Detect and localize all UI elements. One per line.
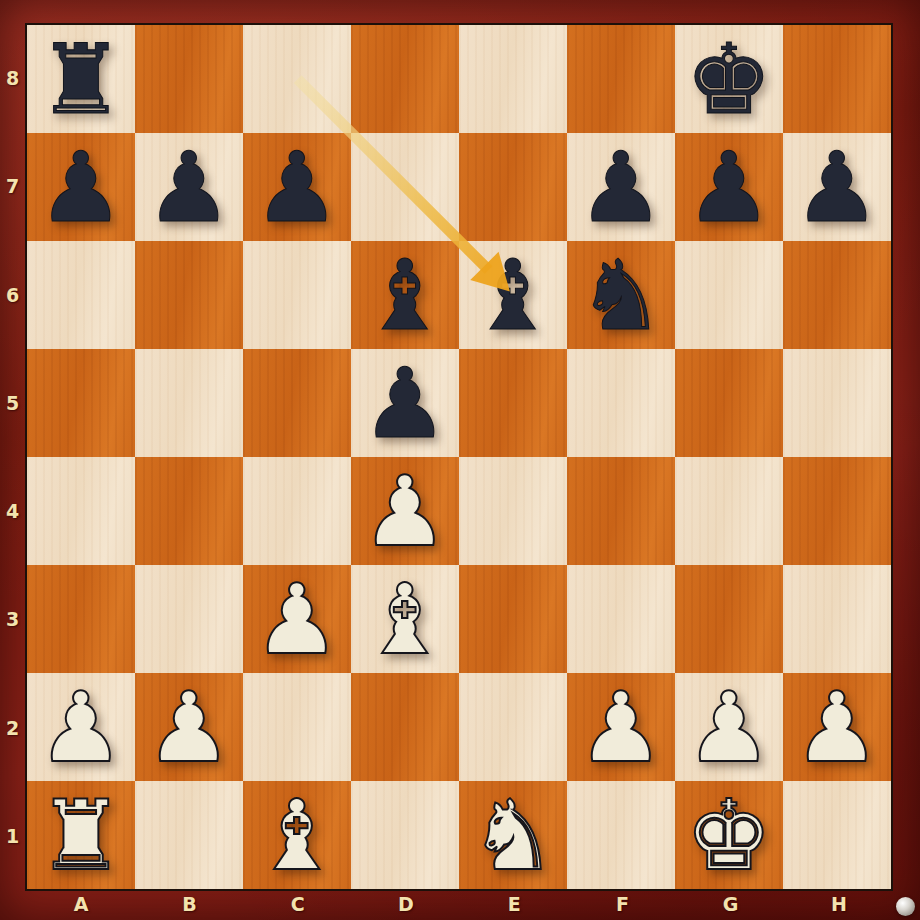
square-b5[interactable] bbox=[135, 349, 243, 457]
piece-black-pawn[interactable]: ♟ bbox=[38, 139, 125, 236]
square-h7[interactable]: ♟ bbox=[783, 133, 891, 241]
square-b1[interactable] bbox=[135, 781, 243, 889]
square-b3[interactable] bbox=[135, 565, 243, 673]
square-b4[interactable] bbox=[135, 457, 243, 565]
rank-label-4: 4 bbox=[0, 502, 25, 521]
chess-board: ♜♚♟♟♟♟♟♟♝♝♞♟♟♟♝♟♟♟♟♟♜♝♞♚ bbox=[25, 23, 893, 891]
piece-white-pawn[interactable]: ♟ bbox=[794, 679, 881, 776]
rank-label-2: 2 bbox=[0, 719, 25, 738]
square-a1[interactable]: ♜ bbox=[27, 781, 135, 889]
square-d4[interactable]: ♟ bbox=[351, 457, 459, 565]
square-e3[interactable] bbox=[459, 565, 567, 673]
piece-black-pawn[interactable]: ♟ bbox=[794, 139, 881, 236]
file-label-H: H bbox=[831, 895, 847, 914]
file-label-C: C bbox=[291, 895, 305, 914]
piece-white-bishop[interactable]: ♝ bbox=[362, 571, 449, 668]
square-c2[interactable] bbox=[243, 673, 351, 781]
square-f5[interactable] bbox=[567, 349, 675, 457]
square-c6[interactable] bbox=[243, 241, 351, 349]
square-c7[interactable]: ♟ bbox=[243, 133, 351, 241]
square-h1[interactable] bbox=[783, 781, 891, 889]
square-a2[interactable]: ♟ bbox=[27, 673, 135, 781]
piece-white-pawn[interactable]: ♟ bbox=[362, 463, 449, 560]
square-g4[interactable] bbox=[675, 457, 783, 565]
square-f6[interactable]: ♞ bbox=[567, 241, 675, 349]
square-f7[interactable]: ♟ bbox=[567, 133, 675, 241]
square-h3[interactable] bbox=[783, 565, 891, 673]
file-label-B: B bbox=[182, 895, 196, 914]
file-label-G: G bbox=[723, 895, 739, 914]
piece-black-rook[interactable]: ♜ bbox=[38, 31, 125, 128]
square-d2[interactable] bbox=[351, 673, 459, 781]
square-c5[interactable] bbox=[243, 349, 351, 457]
piece-black-pawn[interactable]: ♟ bbox=[686, 139, 773, 236]
square-b8[interactable] bbox=[135, 25, 243, 133]
rank-label-3: 3 bbox=[0, 610, 25, 629]
square-c8[interactable] bbox=[243, 25, 351, 133]
square-a3[interactable] bbox=[27, 565, 135, 673]
square-h6[interactable] bbox=[783, 241, 891, 349]
square-e1[interactable]: ♞ bbox=[459, 781, 567, 889]
square-e2[interactable] bbox=[459, 673, 567, 781]
square-a8[interactable]: ♜ bbox=[27, 25, 135, 133]
piece-black-pawn[interactable]: ♟ bbox=[362, 355, 449, 452]
file-label-E: E bbox=[508, 895, 521, 914]
square-a7[interactable]: ♟ bbox=[27, 133, 135, 241]
square-d1[interactable] bbox=[351, 781, 459, 889]
file-label-F: F bbox=[616, 895, 629, 914]
piece-black-pawn[interactable]: ♟ bbox=[254, 139, 341, 236]
square-g1[interactable]: ♚ bbox=[675, 781, 783, 889]
square-c4[interactable] bbox=[243, 457, 351, 565]
piece-black-pawn[interactable]: ♟ bbox=[578, 139, 665, 236]
piece-white-pawn[interactable]: ♟ bbox=[38, 679, 125, 776]
square-h5[interactable] bbox=[783, 349, 891, 457]
square-e7[interactable] bbox=[459, 133, 567, 241]
square-f8[interactable] bbox=[567, 25, 675, 133]
square-e6[interactable]: ♝ bbox=[459, 241, 567, 349]
square-d3[interactable]: ♝ bbox=[351, 565, 459, 673]
piece-white-rook[interactable]: ♜ bbox=[38, 787, 125, 884]
square-b2[interactable]: ♟ bbox=[135, 673, 243, 781]
piece-white-knight[interactable]: ♞ bbox=[470, 787, 557, 884]
piece-black-bishop[interactable]: ♝ bbox=[470, 247, 557, 344]
rank-label-7: 7 bbox=[0, 177, 25, 196]
piece-black-pawn[interactable]: ♟ bbox=[146, 139, 233, 236]
rank-label-8: 8 bbox=[0, 69, 25, 88]
square-g6[interactable] bbox=[675, 241, 783, 349]
square-e4[interactable] bbox=[459, 457, 567, 565]
piece-black-bishop[interactable]: ♝ bbox=[362, 247, 449, 344]
square-e5[interactable] bbox=[459, 349, 567, 457]
piece-white-pawn[interactable]: ♟ bbox=[146, 679, 233, 776]
frame-pin-dot bbox=[896, 897, 915, 916]
square-b7[interactable]: ♟ bbox=[135, 133, 243, 241]
file-label-D: D bbox=[398, 895, 414, 914]
square-c1[interactable]: ♝ bbox=[243, 781, 351, 889]
square-f4[interactable] bbox=[567, 457, 675, 565]
square-g7[interactable]: ♟ bbox=[675, 133, 783, 241]
square-a5[interactable] bbox=[27, 349, 135, 457]
piece-white-bishop[interactable]: ♝ bbox=[254, 787, 341, 884]
square-h8[interactable] bbox=[783, 25, 891, 133]
square-g2[interactable]: ♟ bbox=[675, 673, 783, 781]
square-c3[interactable]: ♟ bbox=[243, 565, 351, 673]
square-g3[interactable] bbox=[675, 565, 783, 673]
square-a6[interactable] bbox=[27, 241, 135, 349]
square-h4[interactable] bbox=[783, 457, 891, 565]
square-g5[interactable] bbox=[675, 349, 783, 457]
square-g8[interactable]: ♚ bbox=[675, 25, 783, 133]
piece-white-pawn[interactable]: ♟ bbox=[578, 679, 665, 776]
square-f1[interactable] bbox=[567, 781, 675, 889]
square-d8[interactable] bbox=[351, 25, 459, 133]
square-f2[interactable]: ♟ bbox=[567, 673, 675, 781]
square-a4[interactable] bbox=[27, 457, 135, 565]
square-h2[interactable]: ♟ bbox=[783, 673, 891, 781]
square-d6[interactable]: ♝ bbox=[351, 241, 459, 349]
piece-black-knight[interactable]: ♞ bbox=[578, 247, 665, 344]
square-f3[interactable] bbox=[567, 565, 675, 673]
file-label-A: A bbox=[74, 895, 89, 914]
rank-label-6: 6 bbox=[0, 286, 25, 305]
piece-black-king[interactable]: ♚ bbox=[686, 31, 773, 128]
square-e8[interactable] bbox=[459, 25, 567, 133]
square-d5[interactable]: ♟ bbox=[351, 349, 459, 457]
rank-label-1: 1 bbox=[0, 827, 25, 846]
square-b6[interactable] bbox=[135, 241, 243, 349]
board-frame: ♜♚♟♟♟♟♟♟♝♝♞♟♟♟♝♟♟♟♟♟♜♝♞♚ 87654321 ABCDEF… bbox=[0, 0, 920, 920]
piece-white-pawn[interactable]: ♟ bbox=[254, 571, 341, 668]
piece-white-pawn[interactable]: ♟ bbox=[686, 679, 773, 776]
piece-white-king[interactable]: ♚ bbox=[686, 787, 773, 884]
square-d7[interactable] bbox=[351, 133, 459, 241]
rank-label-5: 5 bbox=[0, 394, 25, 413]
